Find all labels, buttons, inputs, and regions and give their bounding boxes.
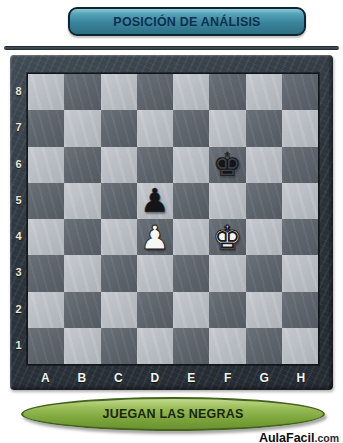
square-b4	[64, 219, 100, 255]
square-b6	[64, 147, 100, 183]
file-label-h: H	[283, 366, 320, 390]
square-h3	[282, 255, 318, 291]
page: POSICIÓN DE ANÁLISIS 87654321 ♚♟♟♚ ABCDE…	[0, 0, 343, 443]
square-c3	[101, 255, 137, 291]
chessboard-frame: 87654321 ♚♟♟♚ ABCDEFGH	[10, 55, 333, 390]
square-f5	[209, 183, 245, 219]
brand-suffix: .com	[314, 432, 339, 443]
square-f1	[209, 328, 245, 364]
white-pawn: ♟	[137, 219, 173, 255]
page-title: POSICIÓN DE ANÁLISIS	[113, 15, 260, 29]
square-a1	[28, 328, 64, 364]
rank-labels: 87654321	[10, 73, 27, 363]
square-e3	[173, 255, 209, 291]
square-g1	[246, 328, 282, 364]
rank-label-3: 3	[10, 254, 27, 290]
black-king: ♚	[209, 147, 245, 183]
square-d2	[137, 292, 173, 328]
black-pawn: ♟	[137, 183, 173, 219]
square-a2	[28, 292, 64, 328]
file-label-a: A	[27, 366, 64, 390]
turn-banner: JUEGAN LAS NEGRAS	[21, 397, 325, 431]
square-b7	[64, 110, 100, 146]
square-c5	[101, 183, 137, 219]
white-king: ♚	[209, 219, 245, 255]
square-g5	[246, 183, 282, 219]
square-e7	[173, 110, 209, 146]
square-g7	[246, 110, 282, 146]
square-h5	[282, 183, 318, 219]
brand: AulaFacil.com	[259, 428, 339, 443]
brand-name: AulaFacil	[259, 431, 315, 443]
square-f2	[209, 292, 245, 328]
square-d1	[137, 328, 173, 364]
square-e4	[173, 219, 209, 255]
square-g6	[246, 147, 282, 183]
file-label-e: E	[173, 366, 210, 390]
square-c2	[101, 292, 137, 328]
rank-label-1: 1	[10, 327, 27, 363]
rank-label-2: 2	[10, 291, 27, 327]
square-h1	[282, 328, 318, 364]
square-g3	[246, 255, 282, 291]
square-f6: ♚	[209, 147, 245, 183]
square-g4	[246, 219, 282, 255]
separator-line	[4, 46, 339, 50]
title-banner: POSICIÓN DE ANÁLISIS	[68, 7, 306, 36]
file-label-b: B	[64, 366, 101, 390]
square-d3	[137, 255, 173, 291]
file-label-d: D	[137, 366, 174, 390]
square-b2	[64, 292, 100, 328]
square-a4	[28, 219, 64, 255]
square-c8	[101, 74, 137, 110]
square-f8	[209, 74, 245, 110]
square-d8	[137, 74, 173, 110]
square-g8	[246, 74, 282, 110]
file-label-f: F	[210, 366, 247, 390]
square-d7	[137, 110, 173, 146]
square-a6	[28, 147, 64, 183]
square-d4: ♟	[137, 219, 173, 255]
square-h8	[282, 74, 318, 110]
square-e2	[173, 292, 209, 328]
square-h2	[282, 292, 318, 328]
square-h4	[282, 219, 318, 255]
square-f3	[209, 255, 245, 291]
rank-label-5: 5	[10, 182, 27, 218]
square-b5	[64, 183, 100, 219]
rank-label-6: 6	[10, 146, 27, 182]
square-a5	[28, 183, 64, 219]
square-d6	[137, 147, 173, 183]
square-h6	[282, 147, 318, 183]
chessboard: ♚♟♟♚	[27, 73, 319, 365]
turn-banner-label: JUEGAN LAS NEGRAS	[103, 407, 244, 421]
file-labels: ABCDEFGH	[27, 366, 319, 390]
square-h7	[282, 110, 318, 146]
square-b3	[64, 255, 100, 291]
square-a8	[28, 74, 64, 110]
square-a7	[28, 110, 64, 146]
square-c7	[101, 110, 137, 146]
square-b8	[64, 74, 100, 110]
square-e5	[173, 183, 209, 219]
square-b1	[64, 328, 100, 364]
rank-label-8: 8	[10, 73, 27, 109]
square-c6	[101, 147, 137, 183]
square-a3	[28, 255, 64, 291]
square-e6	[173, 147, 209, 183]
square-g2	[246, 292, 282, 328]
square-d5: ♟	[137, 183, 173, 219]
rank-label-7: 7	[10, 109, 27, 145]
file-label-g: G	[246, 366, 283, 390]
file-label-c: C	[100, 366, 137, 390]
square-f7	[209, 110, 245, 146]
rank-label-4: 4	[10, 218, 27, 254]
square-f4: ♚	[209, 219, 245, 255]
square-c4	[101, 219, 137, 255]
square-e8	[173, 74, 209, 110]
square-c1	[101, 328, 137, 364]
square-e1	[173, 328, 209, 364]
